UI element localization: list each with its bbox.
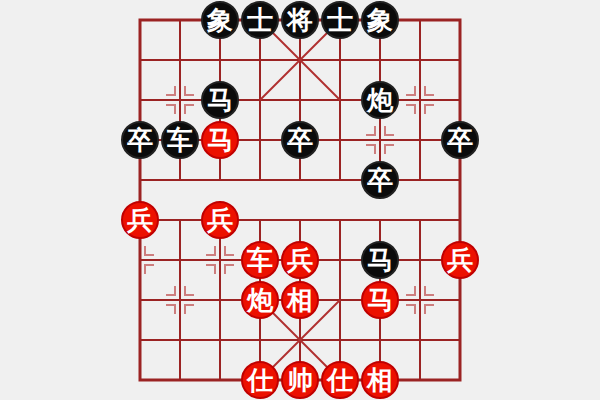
black-pawn[interactable]: 卒 [121, 121, 159, 159]
red-horse[interactable]: 马 [201, 121, 239, 159]
black-pawn[interactable]: 卒 [361, 161, 399, 199]
red-pawn[interactable]: 兵 [281, 241, 319, 279]
black-pawn[interactable]: 卒 [281, 121, 319, 159]
red-elephant[interactable]: 相 [361, 361, 399, 399]
black-advisor[interactable]: 士 [241, 1, 279, 39]
red-advisor[interactable]: 仕 [241, 361, 279, 399]
black-cannon[interactable]: 炮 [361, 81, 399, 119]
red-cannon[interactable]: 炮 [241, 281, 279, 319]
black-chariot[interactable]: 车 [161, 121, 199, 159]
black-elephant[interactable]: 象 [201, 1, 239, 39]
pieces-layer: 象士将士象马炮卒车马卒卒卒兵兵车兵马兵炮相马仕帅仕相 [120, 0, 480, 400]
black-horse[interactable]: 马 [361, 241, 399, 279]
red-pawn[interactable]: 兵 [201, 201, 239, 239]
black-pawn[interactable]: 卒 [441, 121, 479, 159]
red-advisor[interactable]: 仕 [321, 361, 359, 399]
red-general[interactable]: 帅 [281, 361, 319, 399]
red-pawn[interactable]: 兵 [441, 241, 479, 279]
black-general[interactable]: 将 [281, 1, 319, 39]
black-elephant[interactable]: 象 [361, 1, 399, 39]
red-horse[interactable]: 马 [361, 281, 399, 319]
xiangqi-board: 象士将士象马炮卒车马卒卒卒兵兵车兵马兵炮相马仕帅仕相 [0, 0, 600, 400]
black-horse[interactable]: 马 [201, 81, 239, 119]
black-advisor[interactable]: 士 [321, 1, 359, 39]
red-chariot[interactable]: 车 [241, 241, 279, 279]
red-pawn[interactable]: 兵 [121, 201, 159, 239]
red-elephant[interactable]: 相 [281, 281, 319, 319]
